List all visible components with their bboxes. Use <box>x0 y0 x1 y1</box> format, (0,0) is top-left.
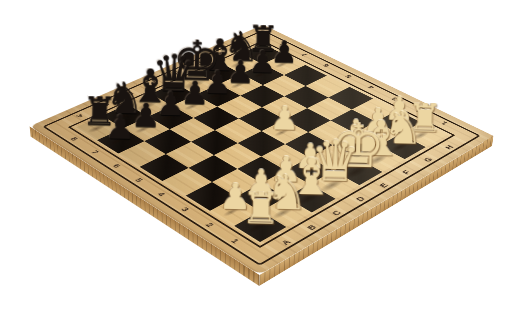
file-label-e-near: E <box>373 179 394 191</box>
rank-label-3-near: 3 <box>174 203 196 216</box>
file-label-f-near: F <box>395 166 416 177</box>
board-perspective-wrap: AABBCCDDEEFFGGHH1122334455667788 ♜♞♝♛♚♝♞… <box>0 0 510 316</box>
square-c5[interactable] <box>191 130 238 155</box>
piece-black-pawn-a7[interactable]: ♟ <box>90 112 151 141</box>
square-b6[interactable] <box>144 129 191 154</box>
file-label-c-near: C <box>325 207 347 220</box>
chess-board: AABBCCDDEEFFGGHH1122334455667788 ♜♞♝♛♚♝♞… <box>30 25 494 275</box>
rank-label-1-near: 1 <box>223 234 245 247</box>
rank-label-7-near: 7 <box>85 147 105 158</box>
file-label-b-near: B <box>300 221 322 234</box>
square-a5[interactable] <box>140 154 188 181</box>
file-label-h-near: H <box>439 142 459 153</box>
square-b5[interactable] <box>166 142 214 168</box>
file-label-d-near: D <box>349 193 370 205</box>
file-label-a-near: A <box>274 235 296 248</box>
wooden-plank: AABBCCDDEEFFGGHH1122334455667788 <box>30 25 494 275</box>
piece-white-rook-a1[interactable]: ♜ <box>227 190 295 227</box>
rank-label-5-near: 5 <box>128 174 149 186</box>
piece-white-pawn-e4[interactable]: ♟ <box>255 104 316 132</box>
rank-label-6-near: 6 <box>106 160 127 171</box>
square-a6[interactable] <box>118 141 166 167</box>
file-label-g-near: G <box>417 154 437 165</box>
rank-label-2-near: 2 <box>198 219 220 232</box>
chess-set-photo: AABBCCDDEEFFGGHH1122334455667788 ♜♞♝♛♚♝♞… <box>0 0 510 316</box>
rank-label-8-near: 8 <box>64 134 84 145</box>
rank-label-4-near: 4 <box>151 189 172 201</box>
